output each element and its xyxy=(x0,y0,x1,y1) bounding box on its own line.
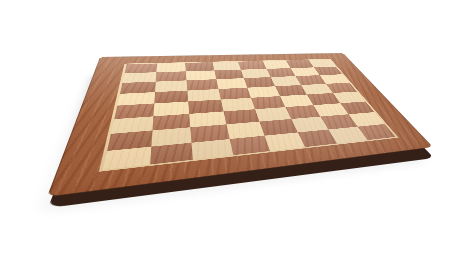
photo-stage xyxy=(0,0,469,260)
square-r1c2 xyxy=(156,63,186,72)
board-grid xyxy=(103,60,396,170)
square-r8c3 xyxy=(191,139,232,160)
square-r8c4 xyxy=(229,135,270,155)
square-r8c2 xyxy=(150,143,193,165)
square-r3c8 xyxy=(319,74,349,83)
square-r3c4 xyxy=(216,78,247,89)
board-inlay-border xyxy=(99,59,399,172)
square-r4c1 xyxy=(117,92,154,106)
square-r8c1 xyxy=(103,146,151,169)
square-r5c2 xyxy=(153,101,189,116)
square-r2c3 xyxy=(186,70,216,80)
